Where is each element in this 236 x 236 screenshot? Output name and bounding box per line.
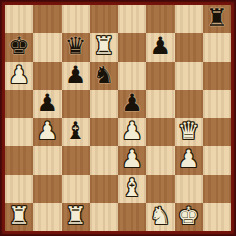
black-king[interactable]: ♚ xyxy=(8,34,30,58)
square-e5[interactable]: ♟ xyxy=(118,90,146,118)
chess-board: ♜♚♛♜♟♟♟♞♟♟♟♝♟♛♟♟♝♜♜♞♚ xyxy=(5,5,231,231)
square-a5[interactable] xyxy=(5,90,33,118)
white-bishop[interactable]: ♝ xyxy=(121,176,143,200)
square-e3[interactable]: ♟ xyxy=(118,146,146,174)
square-g8[interactable] xyxy=(175,5,203,33)
square-g6[interactable] xyxy=(175,62,203,90)
square-d7[interactable]: ♜ xyxy=(90,33,118,61)
square-d8[interactable] xyxy=(90,5,118,33)
square-e4[interactable]: ♟ xyxy=(118,118,146,146)
square-h4[interactable] xyxy=(203,118,231,146)
black-bishop[interactable]: ♝ xyxy=(65,119,87,143)
square-a7[interactable]: ♚ xyxy=(5,33,33,61)
square-d5[interactable] xyxy=(90,90,118,118)
square-d6[interactable]: ♞ xyxy=(90,62,118,90)
white-pawn[interactable]: ♟ xyxy=(37,119,59,143)
square-e6[interactable] xyxy=(118,62,146,90)
square-a4[interactable] xyxy=(5,118,33,146)
square-h8[interactable]: ♜ xyxy=(203,5,231,33)
square-c4[interactable]: ♝ xyxy=(62,118,90,146)
square-b5[interactable]: ♟ xyxy=(33,90,61,118)
black-pawn[interactable]: ♟ xyxy=(65,63,87,87)
square-b7[interactable] xyxy=(33,33,61,61)
square-g2[interactable] xyxy=(175,175,203,203)
square-b4[interactable]: ♟ xyxy=(33,118,61,146)
square-a6[interactable]: ♟ xyxy=(5,62,33,90)
white-knight[interactable]: ♞ xyxy=(150,204,172,228)
white-pawn[interactable]: ♟ xyxy=(121,119,143,143)
square-e7[interactable] xyxy=(118,33,146,61)
square-g4[interactable]: ♛ xyxy=(175,118,203,146)
square-h2[interactable] xyxy=(203,175,231,203)
square-a3[interactable] xyxy=(5,146,33,174)
chess-board-frame: ♜♚♛♜♟♟♟♞♟♟♟♝♟♛♟♟♝♜♜♞♚ xyxy=(0,0,236,236)
white-rook[interactable]: ♜ xyxy=(93,34,115,58)
square-g3[interactable]: ♟ xyxy=(175,146,203,174)
black-rook[interactable]: ♜ xyxy=(206,6,228,30)
square-b6[interactable] xyxy=(33,62,61,90)
square-e8[interactable] xyxy=(118,5,146,33)
black-pawn[interactable]: ♟ xyxy=(150,34,172,58)
square-a1[interactable]: ♜ xyxy=(5,203,33,231)
square-f8[interactable] xyxy=(146,5,174,33)
black-queen[interactable]: ♛ xyxy=(65,34,87,58)
square-h7[interactable] xyxy=(203,33,231,61)
square-f3[interactable] xyxy=(146,146,174,174)
square-d1[interactable] xyxy=(90,203,118,231)
white-queen[interactable]: ♛ xyxy=(178,119,200,143)
square-b2[interactable] xyxy=(33,175,61,203)
black-knight[interactable]: ♞ xyxy=(93,63,115,87)
square-f2[interactable] xyxy=(146,175,174,203)
square-g7[interactable] xyxy=(175,33,203,61)
white-pawn[interactable]: ♟ xyxy=(8,63,30,87)
white-rook[interactable]: ♜ xyxy=(65,204,87,228)
square-e1[interactable] xyxy=(118,203,146,231)
square-c1[interactable]: ♜ xyxy=(62,203,90,231)
white-rook[interactable]: ♜ xyxy=(8,204,30,228)
square-h1[interactable] xyxy=(203,203,231,231)
black-pawn[interactable]: ♟ xyxy=(37,91,59,115)
square-c6[interactable]: ♟ xyxy=(62,62,90,90)
square-c8[interactable] xyxy=(62,5,90,33)
white-king[interactable]: ♚ xyxy=(178,204,200,228)
square-a8[interactable] xyxy=(5,5,33,33)
square-h6[interactable] xyxy=(203,62,231,90)
square-d4[interactable] xyxy=(90,118,118,146)
square-g1[interactable]: ♚ xyxy=(175,203,203,231)
square-f4[interactable] xyxy=(146,118,174,146)
square-d2[interactable] xyxy=(90,175,118,203)
square-d3[interactable] xyxy=(90,146,118,174)
white-pawn[interactable]: ♟ xyxy=(121,147,143,171)
square-h3[interactable] xyxy=(203,146,231,174)
square-b1[interactable] xyxy=(33,203,61,231)
square-e2[interactable]: ♝ xyxy=(118,175,146,203)
square-b8[interactable] xyxy=(33,5,61,33)
square-h5[interactable] xyxy=(203,90,231,118)
square-f7[interactable]: ♟ xyxy=(146,33,174,61)
square-g5[interactable] xyxy=(175,90,203,118)
square-a2[interactable] xyxy=(5,175,33,203)
white-pawn[interactable]: ♟ xyxy=(178,147,200,171)
square-f6[interactable] xyxy=(146,62,174,90)
square-f1[interactable]: ♞ xyxy=(146,203,174,231)
black-pawn[interactable]: ♟ xyxy=(121,91,143,115)
square-f5[interactable] xyxy=(146,90,174,118)
square-c5[interactable] xyxy=(62,90,90,118)
square-c3[interactable] xyxy=(62,146,90,174)
square-c7[interactable]: ♛ xyxy=(62,33,90,61)
square-c2[interactable] xyxy=(62,175,90,203)
square-b3[interactable] xyxy=(33,146,61,174)
